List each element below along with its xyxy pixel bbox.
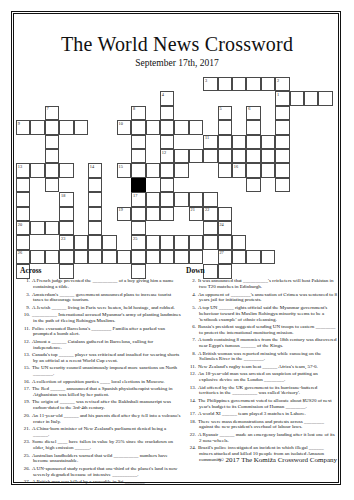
clue-down-14: 14.The Philippines government voted to a…	[199, 398, 337, 410]
grid-cell[interactable]: 12	[160, 149, 174, 163]
grid-cell[interactable]	[146, 120, 160, 134]
grid-cell[interactable]: 4	[160, 91, 174, 105]
grid-cell[interactable]	[261, 77, 275, 91]
grid-cell[interactable]: 10	[117, 120, 131, 134]
clue-number: 21.	[20, 426, 30, 432]
grid-cell[interactable]	[174, 120, 188, 134]
grid-cell[interactable]	[275, 120, 289, 134]
grid-cell[interactable]	[74, 120, 88, 134]
grid-cell[interactable]	[16, 235, 30, 249]
cell-number: 15	[119, 164, 123, 169]
clue-down-11: 11.New Zealand's rugby team beat ______ …	[199, 364, 337, 370]
grid-cell[interactable]	[45, 120, 59, 134]
grid-cell[interactable]	[59, 120, 73, 134]
clue-across-20: 20.An 11-year-old ______ and his parents…	[33, 413, 181, 425]
grid-cell[interactable]	[102, 235, 116, 249]
grid-cell[interactable]	[218, 120, 232, 134]
page-title: The World News Crossword	[0, 33, 354, 56]
cell-number: 11	[205, 135, 209, 140]
grid-cell[interactable]	[45, 221, 59, 235]
grid-cell[interactable]: 25	[131, 235, 145, 249]
grid-cell[interactable]	[45, 163, 59, 177]
grid-cell[interactable]	[318, 91, 332, 105]
grid-cell[interactable]: 3	[203, 77, 217, 91]
grid-cell[interactable]	[261, 163, 275, 177]
grid-cell[interactable]: 26	[16, 250, 30, 264]
grid-cell[interactable]	[45, 250, 59, 264]
grid-cell[interactable]: 14	[88, 163, 102, 177]
grid-cell[interactable]: 23	[59, 235, 73, 249]
grid-cell[interactable]	[246, 135, 260, 149]
grid-cell[interactable]: 8	[131, 106, 145, 120]
clue-across-23: 23.Some diesel ____ have fallen in value…	[33, 439, 181, 451]
clue-across-21: 21.A China-born minister of New Zealand'…	[33, 426, 181, 438]
grid-cell[interactable]	[160, 120, 174, 134]
grid-cell[interactable]: 13	[16, 163, 30, 177]
clue-number: 7.	[186, 337, 196, 343]
grid-cell[interactable]	[203, 192, 217, 206]
grid-cell[interactable]	[275, 106, 289, 120]
down-section: Down 2.It was announced that __________'…	[186, 267, 337, 464]
clue-across-1: 1.A French judge prevented the _________…	[33, 278, 181, 290]
grid-cell[interactable]	[246, 149, 260, 163]
grid-cell[interactable]	[218, 135, 232, 149]
grid-cell[interactable]	[218, 163, 232, 177]
grid-cell[interactable]: 22	[203, 207, 217, 221]
grid-cell[interactable]: 9	[16, 120, 30, 134]
clue-across-11: 11.Police evacuated Barcelona's ________…	[33, 326, 181, 338]
grid-cell[interactable]	[218, 235, 232, 249]
cell-number: 22	[205, 207, 209, 212]
grid-cell[interactable]	[275, 163, 289, 177]
grid-cell[interactable]	[275, 135, 289, 149]
clue-across-12: 12.Almost a ______ Catalans gathered in …	[33, 339, 181, 351]
grid-cell[interactable]	[232, 135, 246, 149]
cell-number: 20	[18, 222, 22, 227]
clue-across-25: 25.Australian landholders warned that wi…	[33, 453, 181, 465]
clue-number: 19.	[20, 399, 30, 405]
cell-number: 26	[18, 250, 22, 255]
grid-cell[interactable]	[160, 178, 174, 192]
grid-cell[interactable]	[45, 135, 59, 149]
clue-across-19: 19.The origin of ______ was revised afte…	[33, 399, 181, 411]
clue-number: 24.	[186, 445, 196, 451]
grid-cell[interactable]	[146, 163, 160, 177]
grid-cell[interactable]	[160, 250, 174, 264]
clue-down-8: 8.A British woman was reported missing w…	[199, 351, 337, 363]
grid-cell[interactable]	[290, 91, 304, 105]
clue-number: 12.	[186, 371, 196, 377]
grid-cell[interactable]	[131, 250, 145, 264]
grid-cell[interactable]: 18	[59, 192, 73, 206]
clue-down-6: 6.Russia's president suggested sending U…	[199, 324, 337, 336]
grid-cell[interactable]	[275, 149, 289, 163]
grid-cell[interactable]	[203, 235, 217, 249]
across-clues: 1.A French judge prevented the _________…	[20, 278, 181, 485]
grid-cell[interactable]	[88, 192, 102, 206]
grid-cell[interactable]	[146, 250, 160, 264]
cell-number: 12	[162, 150, 166, 155]
grid-cell[interactable]	[102, 250, 116, 264]
grid-cell[interactable]: 24	[218, 221, 232, 235]
grid-cell[interactable]	[189, 235, 203, 249]
grid-cell[interactable]: 27	[218, 250, 232, 264]
crossword-grid: 3241785691011121314151618171921222024232…	[16, 77, 333, 279]
black-cell	[131, 178, 145, 192]
cell-number: 3	[205, 78, 207, 83]
grid-cell[interactable]	[59, 207, 73, 221]
grid-cell[interactable]	[218, 207, 232, 221]
clue-number: 13.	[20, 352, 30, 358]
clue-number: 4.	[186, 292, 196, 298]
grid-cell[interactable]	[160, 135, 174, 149]
page: { "game": "crossword", "title": "The Wor…	[0, 0, 354, 500]
clue-down-18: 18.There were mass demonstrations and pr…	[199, 419, 337, 431]
cell-number: 19	[119, 207, 123, 212]
cell-number: 8	[133, 106, 135, 111]
grid-cell[interactable]: 1	[275, 91, 289, 105]
grid-cell[interactable]: 15	[117, 163, 131, 177]
grid-cell[interactable]	[30, 120, 44, 134]
clue-down-7: 7.A tomb containing 8 mummies from the 1…	[199, 337, 337, 349]
grid-cell[interactable]	[146, 192, 160, 206]
grid-cell[interactable]	[218, 77, 232, 91]
grid-cell[interactable]: 7	[45, 106, 59, 120]
grid-cell[interactable]	[160, 207, 174, 221]
grid-cell[interactable]: 17	[131, 192, 145, 206]
across-section: Across 1.A French judge prevented the __…	[20, 267, 181, 487]
grid-cell[interactable]	[246, 77, 260, 91]
grid-cell[interactable]	[160, 163, 174, 177]
grid-cell[interactable]	[246, 178, 260, 192]
cell-number: 5	[219, 106, 221, 111]
grid-cell[interactable]: 5	[218, 106, 232, 120]
cell-number: 16	[234, 164, 238, 169]
grid-cell[interactable]	[160, 106, 174, 120]
clue-across-26: 26.A UN-sponsored study reported that on…	[33, 466, 181, 478]
grid-cell[interactable]: 16	[232, 163, 246, 177]
clue-number: 26.	[20, 466, 30, 472]
grid-cell[interactable]	[74, 250, 88, 264]
grid-cell[interactable]	[232, 149, 246, 163]
down-clues: 2.It was announced that __________'s cri…	[186, 278, 337, 462]
grid-cell[interactable]: 11	[203, 135, 217, 149]
clue-number: 9.	[20, 305, 30, 311]
grid-cell[interactable]	[88, 207, 102, 221]
grid-cell[interactable]	[30, 163, 44, 177]
clue-across-13: 13.Canada's top ______ player was critic…	[33, 352, 181, 364]
clue-number: 3.	[20, 292, 30, 298]
clue-across-3: 3.Amsterdam's ______ government announce…	[33, 292, 181, 304]
clue-across-10: 10.__________ International accused Myan…	[33, 312, 181, 324]
clue-down-12: 12.An 18-year-old man was arrested on su…	[199, 371, 337, 383]
grid-cell[interactable]	[16, 207, 30, 221]
clue-number: 2.	[186, 278, 196, 284]
grid-cell[interactable]	[246, 163, 260, 177]
cell-number: 1	[277, 92, 279, 97]
clue-number: 1.	[20, 278, 30, 284]
cell-number: 18	[61, 193, 65, 198]
grid-cell[interactable]	[131, 120, 145, 134]
grid-cell[interactable]	[189, 250, 203, 264]
clue-number: 20.	[20, 413, 30, 419]
grid-cell[interactable]	[59, 163, 73, 177]
grid-cell[interactable]	[131, 135, 145, 149]
grid-cell[interactable]: 19	[117, 207, 131, 221]
cell-number: 6	[248, 106, 250, 111]
cell-number: 27	[219, 250, 223, 255]
grid-cell[interactable]	[275, 178, 289, 192]
page-date: September 17th, 2017	[0, 58, 354, 68]
clue-number: 10.	[20, 312, 30, 318]
clue-across-17: 17.The Red ______ announced that a Spani…	[33, 386, 181, 398]
clue-number: 17.	[20, 386, 30, 392]
grid-cell[interactable]	[189, 120, 203, 134]
grid-cell[interactable]	[261, 135, 275, 149]
cell-number: 17	[133, 193, 137, 198]
grid-cell[interactable]	[16, 178, 30, 192]
across-heading: Across	[20, 267, 181, 276]
grid-cell[interactable]	[88, 178, 102, 192]
grid-cell[interactable]	[174, 163, 188, 177]
clue-number: 16.	[20, 379, 30, 385]
cell-number: 14	[90, 164, 94, 169]
grid-cell[interactable]	[146, 207, 160, 221]
cell-number: 2	[277, 78, 279, 83]
clue-number: 11.	[20, 326, 30, 332]
clue-number: 14.	[186, 398, 196, 404]
grid-cell[interactable]: 6	[246, 106, 260, 120]
grid-cell[interactable]	[59, 250, 73, 264]
grid-cell[interactable]	[30, 250, 44, 264]
grid-cell[interactable]	[146, 235, 160, 249]
grid-cell[interactable]	[246, 250, 260, 264]
grid-cell[interactable]	[160, 192, 174, 206]
cell-number: 4	[162, 92, 164, 97]
clue-across-16: 16.A collection of opposition parties __…	[33, 379, 181, 385]
clue-across-15: 15.The UN security council unanimously i…	[33, 365, 181, 377]
grid-cell[interactable]	[160, 235, 174, 249]
clue-number: 11.	[186, 364, 196, 370]
clue-number: 6.	[186, 324, 196, 330]
grid-cell[interactable]	[174, 235, 188, 249]
clue-number: 18.	[186, 419, 196, 425]
grid-cell[interactable]	[218, 149, 232, 163]
grid-cell[interactable]	[261, 149, 275, 163]
cell-number: 23	[61, 236, 65, 241]
grid-cell[interactable]	[131, 163, 145, 177]
clue-number: 5.	[186, 305, 196, 311]
grid-cell[interactable]	[88, 250, 102, 264]
grid-cell[interactable]	[74, 235, 88, 249]
grid-cell[interactable]	[131, 221, 145, 235]
grid-cell[interactable]	[117, 250, 131, 264]
clue-down-22: 22.A Ryanair ______ made an emergency la…	[199, 432, 337, 444]
grid-cell[interactable]	[189, 149, 203, 163]
clue-number: 15.	[20, 365, 30, 371]
clue-number: 13.	[186, 385, 196, 391]
clue-down-5: 5.A top UN ______ rights official said t…	[199, 305, 337, 323]
clue-number: 17.	[186, 411, 196, 417]
clue-down-17: 17.A world XI ______ team played 3 match…	[199, 411, 337, 417]
clue-number: 22.	[186, 432, 196, 438]
cell-number: 13	[18, 164, 22, 169]
grid-cell[interactable]	[232, 250, 246, 264]
clue-number: 27.	[20, 479, 30, 485]
grid-cell[interactable]: 21	[189, 207, 203, 221]
clue-down-2: 2.It was announced that __________'s cri…	[199, 278, 337, 290]
grid-cell[interactable]	[16, 192, 30, 206]
clue-number: 25.	[20, 453, 30, 459]
cell-number: 24	[219, 222, 223, 227]
clue-number: 23.	[20, 439, 30, 445]
grid-cell[interactable]	[203, 149, 217, 163]
grid-cell[interactable]	[45, 178, 59, 192]
grid-cell[interactable]	[261, 250, 275, 264]
grid-cell[interactable]	[174, 250, 188, 264]
clue-across-9: 9.A Jewish ______ living in Paris were b…	[33, 305, 181, 311]
grid-cell[interactable]	[45, 149, 59, 163]
grid-cell[interactable]	[88, 235, 102, 249]
cell-number: 9	[18, 121, 20, 126]
grid-cell[interactable]	[131, 149, 145, 163]
clue-number: 12.	[20, 339, 30, 345]
clue-down-13: 13.Aid offered by the UK government to i…	[199, 385, 337, 397]
clue-down-4: 4.An opponent of ________'s annexation o…	[199, 292, 337, 304]
cell-number: 10	[119, 121, 123, 126]
cell-number: 7	[47, 106, 49, 111]
cell-number: 25	[133, 236, 137, 241]
grid-cell[interactable]	[174, 149, 188, 163]
grid-cell[interactable]	[131, 207, 145, 221]
cell-number: 21	[191, 207, 195, 212]
clue-number: 8.	[186, 351, 196, 357]
grid-cell[interactable]	[30, 221, 44, 235]
copyright-footer: © 2017 The Komiža Crossword Company	[218, 456, 337, 464]
grid-cell[interactable]	[246, 120, 260, 134]
grid-cell[interactable]	[174, 192, 188, 206]
grid-cell[interactable]	[232, 77, 246, 91]
grid-cell[interactable]	[88, 221, 102, 235]
grid-cell[interactable]	[304, 91, 318, 105]
grid-cell[interactable]: 20	[16, 221, 30, 235]
grid-cell[interactable]	[232, 235, 246, 249]
clue-across-27: 27.A British man was killed by a crocodi…	[33, 479, 181, 485]
grid-cell[interactable]	[203, 221, 217, 235]
down-heading: Down	[186, 267, 337, 276]
grid-cell[interactable]	[59, 221, 73, 235]
grid-cell[interactable]: 2	[275, 77, 289, 91]
grid-cell[interactable]	[189, 192, 203, 206]
